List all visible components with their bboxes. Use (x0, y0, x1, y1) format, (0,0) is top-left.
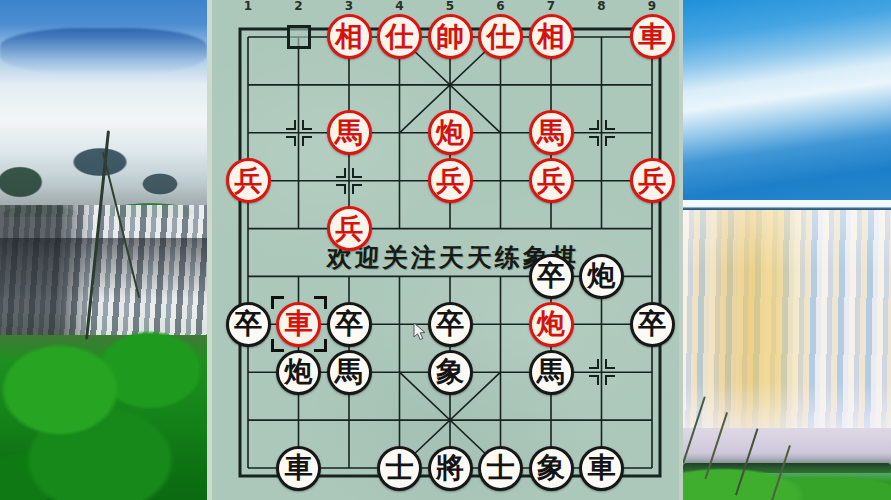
black-piece[interactable]: 象 (425, 348, 476, 396)
red-piece[interactable]: 兵 (223, 157, 274, 205)
black-piece[interactable]: 將 (425, 444, 476, 492)
black-piece[interactable]: 卒 (526, 253, 577, 301)
red-piece[interactable]: 馬 (526, 109, 577, 157)
red-piece[interactable]: 車 (627, 13, 678, 61)
column-label: 5 (446, 0, 454, 13)
black-piece[interactable]: 車 (273, 444, 324, 492)
last-move-from-marker (273, 13, 324, 61)
red-piece[interactable]: 兵 (526, 157, 577, 205)
red-piece-selected[interactable]: 車 (273, 300, 324, 348)
black-piece[interactable]: 馬 (526, 348, 577, 396)
column-label: 2 (294, 0, 302, 13)
red-piece[interactable]: 炮 (526, 300, 577, 348)
black-piece[interactable]: 炮 (273, 348, 324, 396)
black-piece[interactable]: 炮 (576, 253, 627, 301)
point-mark (576, 109, 627, 157)
point-mark (576, 348, 627, 396)
column-label: 7 (547, 0, 555, 13)
waterfall-right (683, 210, 891, 455)
red-piece[interactable]: 相 (526, 13, 577, 61)
xiangqi-board[interactable]: 123456789 欢迎关注天天练象棋 相仕帥仕相車馬炮馬兵兵兵兵兵卒炮卒車卒卒… (207, 0, 683, 500)
black-piece[interactable]: 士 (374, 444, 425, 492)
red-piece[interactable]: 仕 (374, 13, 425, 61)
column-label: 8 (597, 0, 605, 13)
background-waterfall-right (683, 0, 891, 500)
cloud-band (0, 28, 207, 74)
point-mark (324, 157, 375, 205)
red-piece[interactable]: 馬 (324, 109, 375, 157)
red-piece[interactable]: 仕 (475, 13, 526, 61)
red-piece[interactable]: 兵 (324, 205, 375, 253)
screen: { "game": "xiangqi", "position": { "fen"… (0, 0, 891, 500)
column-label: 6 (496, 0, 504, 13)
red-piece[interactable]: 兵 (425, 157, 476, 205)
black-piece[interactable]: 車 (576, 444, 627, 492)
black-piece[interactable]: 卒 (425, 300, 476, 348)
black-piece[interactable]: 士 (475, 444, 526, 492)
column-label: 3 (345, 0, 353, 13)
red-piece[interactable]: 兵 (627, 157, 678, 205)
blue-sky (683, 0, 891, 212)
black-piece[interactable]: 卒 (324, 300, 375, 348)
red-piece[interactable]: 相 (324, 13, 375, 61)
foreground-grass (683, 440, 891, 500)
background-waterfall-left (0, 0, 207, 500)
black-piece[interactable]: 象 (526, 444, 577, 492)
pieces-grid: 相仕帥仕相車馬炮馬兵兵兵兵兵卒炮卒車卒卒炮卒炮馬象馬車士將士象車 (223, 13, 678, 492)
point-mark (273, 109, 324, 157)
column-label: 4 (395, 0, 403, 13)
red-piece[interactable]: 炮 (425, 109, 476, 157)
black-piece[interactable]: 卒 (223, 300, 274, 348)
column-label: 9 (648, 0, 656, 13)
black-piece[interactable]: 卒 (627, 300, 678, 348)
column-label: 1 (244, 0, 252, 13)
column-labels: 123456789 (212, 0, 679, 14)
green-trees (0, 300, 207, 500)
black-piece[interactable]: 馬 (324, 348, 375, 396)
rock-shadow (0, 238, 207, 298)
red-piece[interactable]: 帥 (425, 13, 476, 61)
